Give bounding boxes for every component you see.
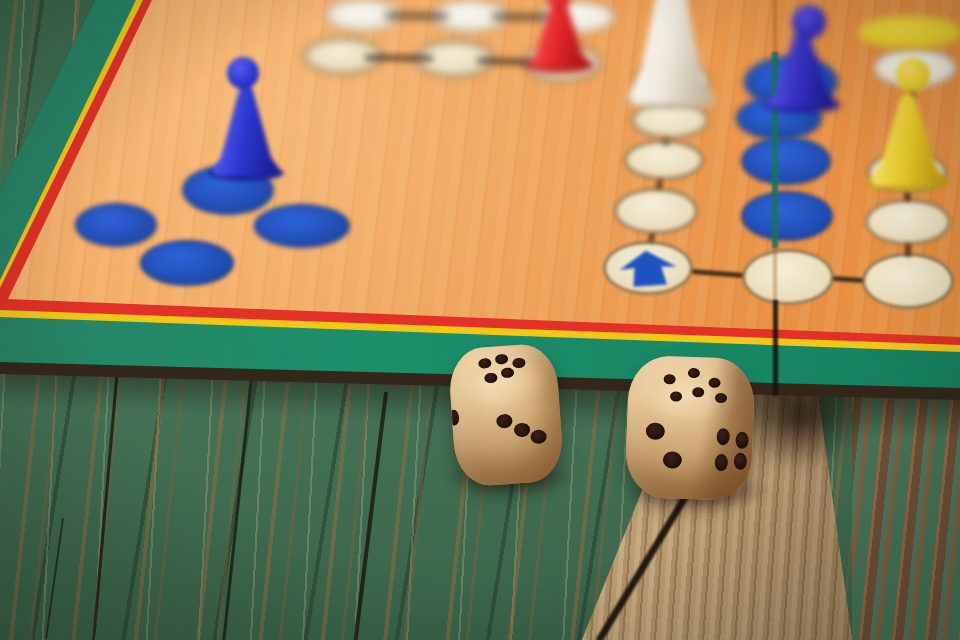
photo-vignette xyxy=(0,0,960,640)
photo-ludo-board-with-dice xyxy=(0,0,960,640)
